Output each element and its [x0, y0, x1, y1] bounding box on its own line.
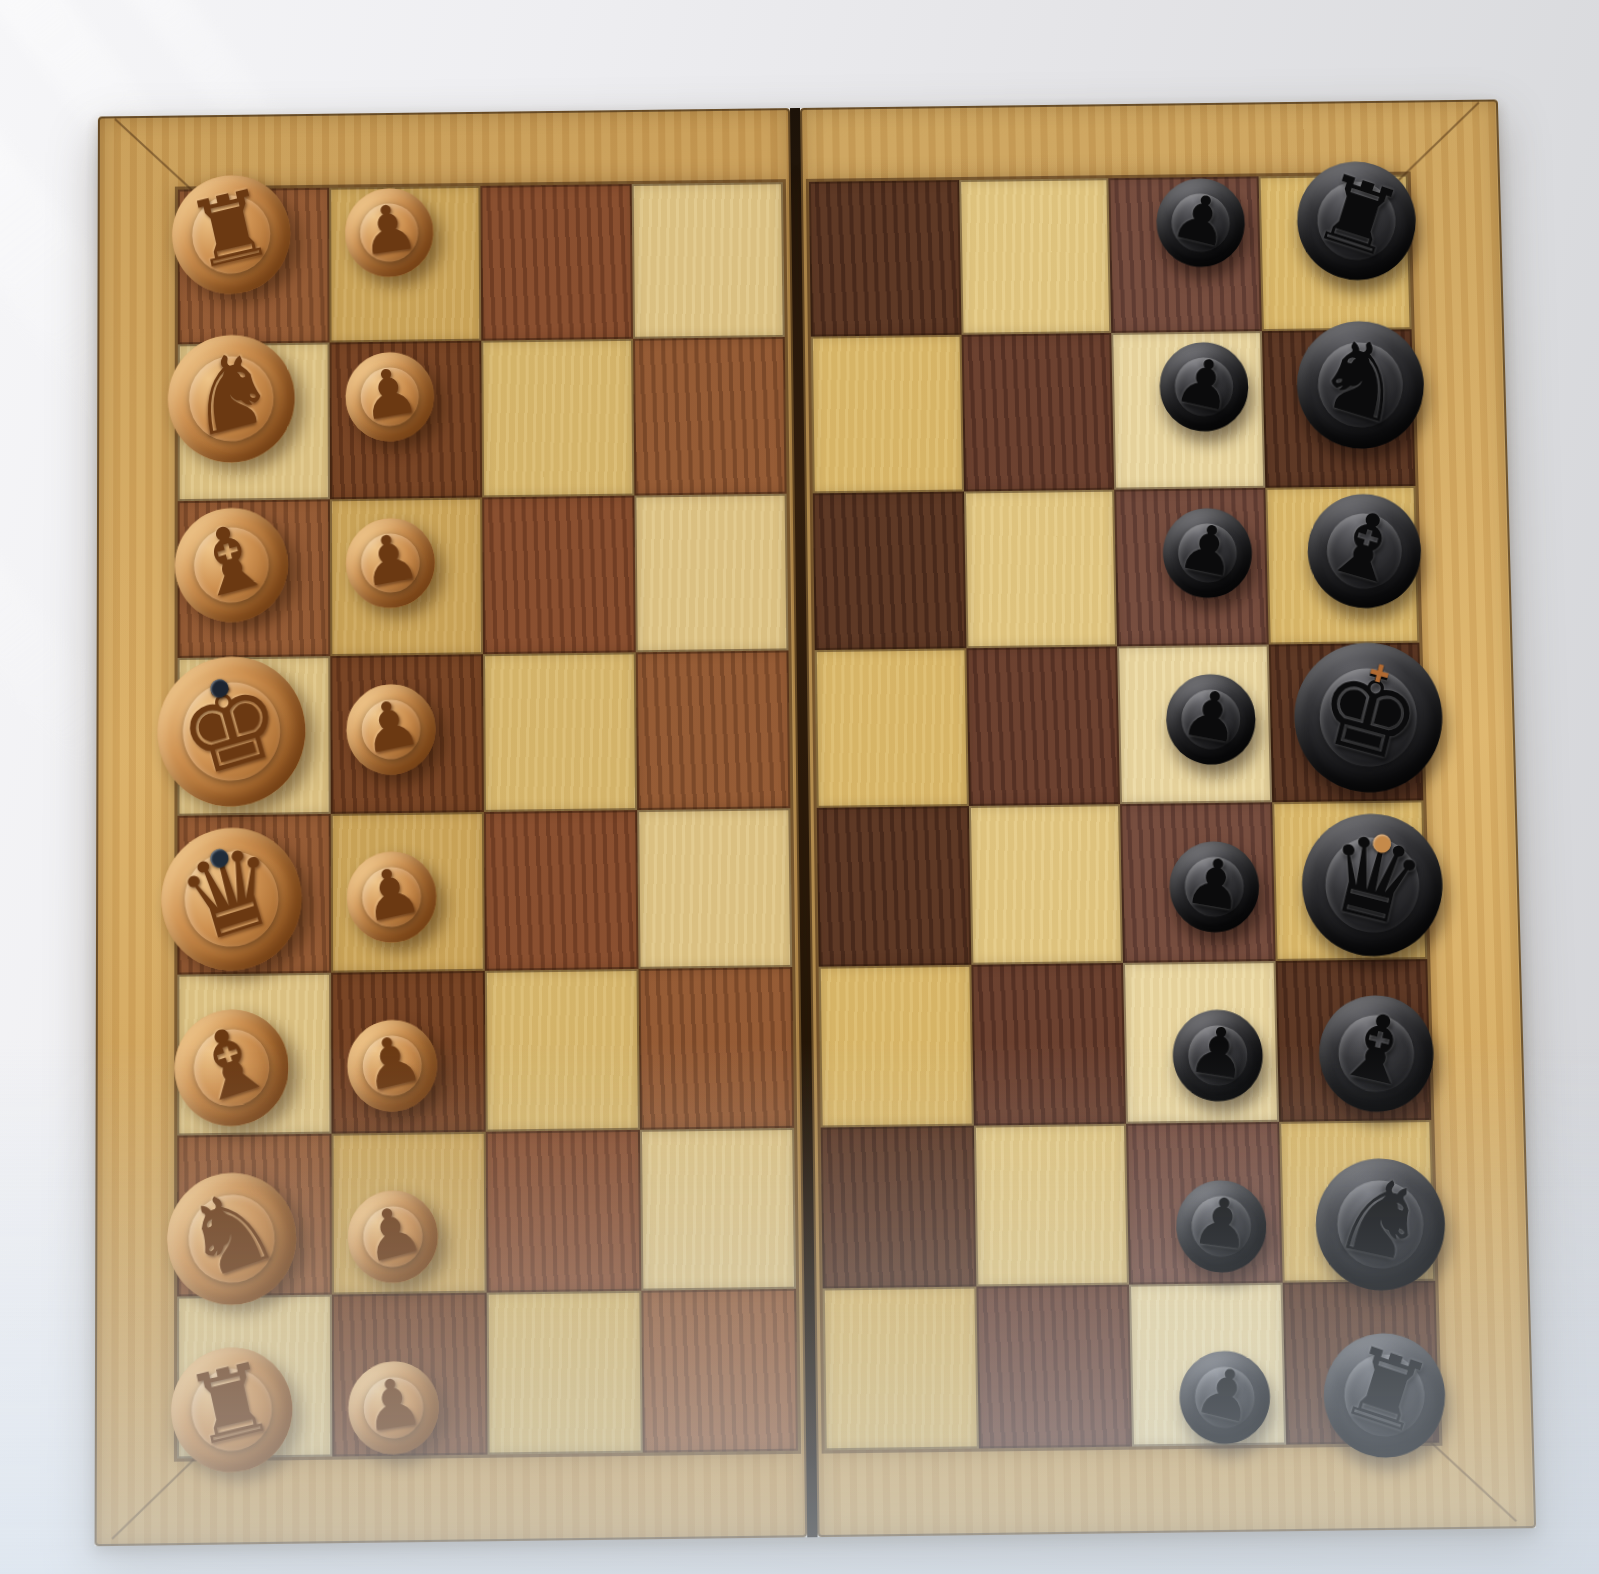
frame-miter	[114, 118, 197, 195]
square-b4[interactable]	[640, 1127, 796, 1290]
board-right-half	[800, 99, 1536, 1537]
square-f4[interactable]	[634, 493, 788, 652]
square-a5[interactable]	[823, 1286, 979, 1450]
black-pawn-glyph: ♟	[1184, 1015, 1251, 1090]
square-f3[interactable]	[482, 495, 636, 654]
square-a6[interactable]	[976, 1284, 1132, 1448]
square-a4[interactable]	[641, 1289, 798, 1453]
white-pawn-glyph: ♟	[355, 193, 421, 265]
square-c6[interactable]	[971, 963, 1126, 1125]
square-g5[interactable]	[811, 335, 964, 493]
frame-miter	[111, 1456, 197, 1539]
square-h5[interactable]	[809, 180, 961, 337]
square-g6[interactable]	[961, 333, 1114, 491]
white-pawn-glyph: ♟	[355, 357, 423, 431]
white-pawn-glyph: ♟	[355, 688, 425, 764]
square-h6[interactable]	[959, 178, 1112, 335]
white-pawn-glyph: ♟	[355, 522, 424, 597]
black-pawn-glyph: ♟	[1173, 512, 1242, 587]
square-e5[interactable]	[815, 648, 969, 808]
square-d5[interactable]	[817, 806, 971, 967]
square-f6[interactable]	[963, 489, 1117, 648]
square-f5[interactable]	[813, 491, 966, 650]
board-left-half	[95, 108, 808, 1546]
square-b6[interactable]	[973, 1123, 1129, 1286]
photo-background: ♜♟♟♜♞♟♟♞♝♟♟♝♚♟♟♚✚♛♟♟♛♝♟♟♝♞♟♟♞♜♟♟♜	[0, 0, 1599, 1574]
frame-miter	[1398, 102, 1479, 181]
square-a3[interactable]	[487, 1290, 643, 1454]
square-e4[interactable]	[636, 650, 791, 810]
black-pawn-glyph: ♟	[1181, 846, 1249, 921]
square-d4[interactable]	[637, 808, 792, 969]
square-h4[interactable]	[632, 182, 785, 339]
square-e3[interactable]	[483, 652, 637, 812]
black-pawn-glyph: ♟	[1188, 1186, 1254, 1260]
square-b3[interactable]	[486, 1129, 642, 1292]
square-g4[interactable]	[633, 337, 787, 495]
white-pawn-glyph: ♟	[359, 1366, 427, 1442]
chess-board: ♜♟♟♜♞♟♟♞♝♟♟♝♚♟♟♚✚♛♟♟♛♝♟♟♝♞♟♟♞♜♟♟♜	[95, 99, 1537, 1546]
square-c3[interactable]	[485, 969, 640, 1131]
square-e6[interactable]	[966, 646, 1120, 806]
black-pawn-glyph: ♟	[1177, 678, 1246, 753]
square-h3[interactable]	[480, 184, 633, 341]
square-d6[interactable]	[968, 804, 1123, 965]
square-g3[interactable]	[481, 339, 634, 497]
square-c5[interactable]	[819, 965, 974, 1127]
frame-miter	[1429, 1441, 1517, 1522]
square-b5[interactable]	[821, 1125, 976, 1288]
square-d3[interactable]	[484, 810, 639, 971]
square-c4[interactable]	[639, 967, 795, 1129]
